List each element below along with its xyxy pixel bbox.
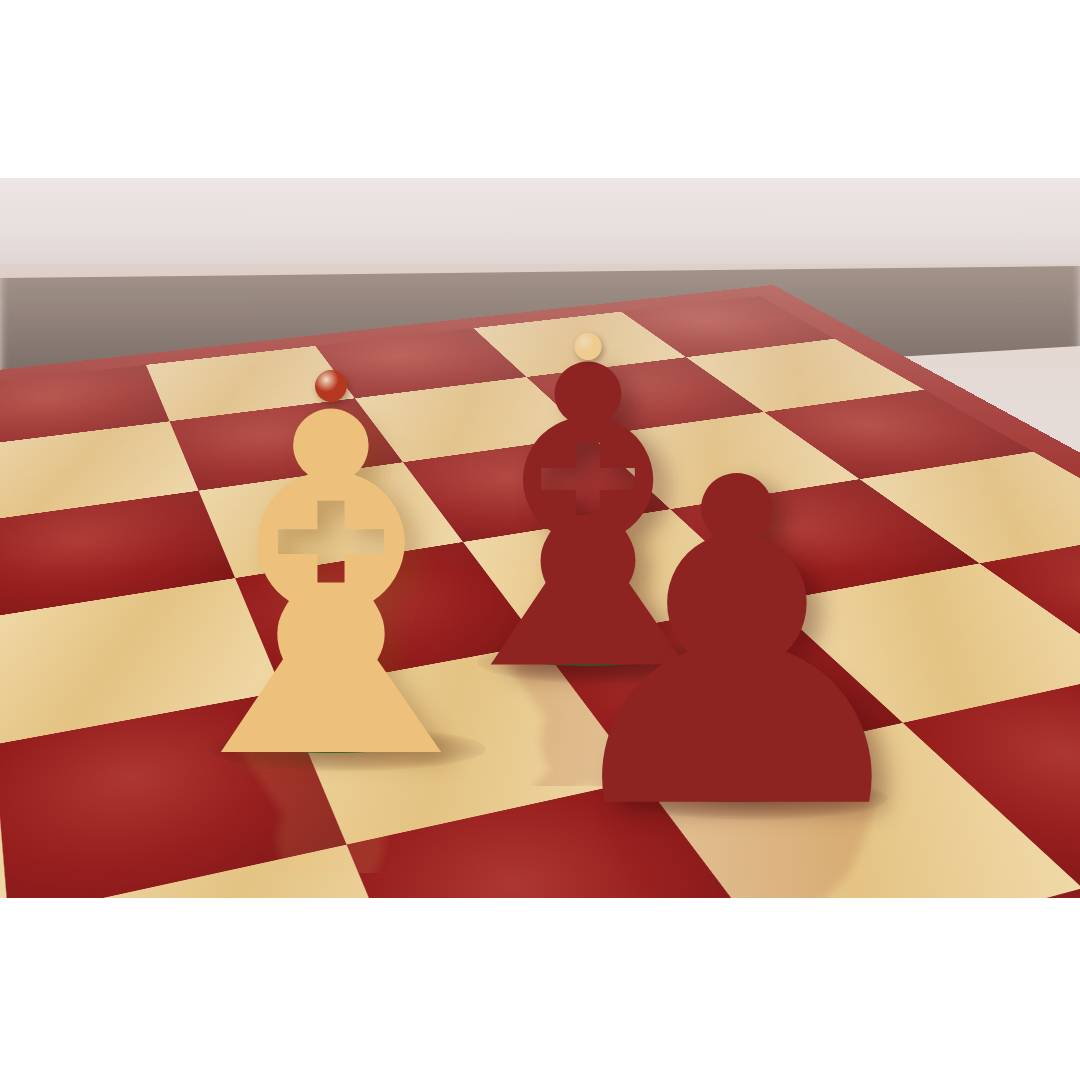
finial-ball — [315, 370, 347, 402]
pieces-layer: ♝♝♝♝♟♟ — [0, 178, 1080, 898]
finial-ball — [575, 333, 602, 360]
photo-area: ♝♝♝♝♟♟ — [0, 178, 1080, 898]
red-pawn-glyph: ♟ — [535, 421, 938, 871]
product-photo-canvas: ♝♝♝♝♟♟ — [0, 0, 1080, 1080]
